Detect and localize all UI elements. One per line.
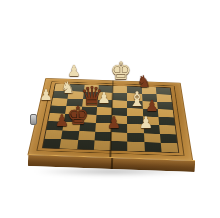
light-bishop-f5[interactable]: ♝: [128, 89, 146, 109]
square-g1[interactable]: [144, 142, 161, 152]
square-b1[interactable]: [60, 139, 78, 149]
square-c1[interactable]: [77, 140, 95, 150]
dark-pawn-g4[interactable]: ♟: [145, 99, 158, 114]
square-a1[interactable]: [43, 139, 61, 149]
square-d1[interactable]: [94, 140, 111, 150]
dark-pawn-e3[interactable]: ♟: [107, 115, 121, 131]
square-e1[interactable]: [111, 141, 128, 151]
dark-king-c3[interactable]: ♚: [67, 103, 89, 128]
board-shadow: [32, 167, 192, 176]
square-f1[interactable]: [127, 141, 144, 151]
light-king-e8[interactable]: ♚: [110, 59, 132, 83]
light-pawn-b7[interactable]: ♟: [67, 64, 80, 79]
light-pawn-a5[interactable]: ♟: [39, 88, 52, 103]
light-knight-b6[interactable]: ♞: [61, 80, 75, 96]
board-perspective-wrap: [0, 0, 220, 218]
light-pawn-f3[interactable]: ♟: [139, 115, 153, 131]
clasp-latch-icon: [30, 114, 37, 125]
square-h1[interactable]: [160, 143, 178, 153]
dark-pawn-b3[interactable]: ♟: [55, 113, 69, 129]
product-photo: ♟♚♞♟♟♛♞♝♟♟♟♚♟: [0, 0, 220, 218]
